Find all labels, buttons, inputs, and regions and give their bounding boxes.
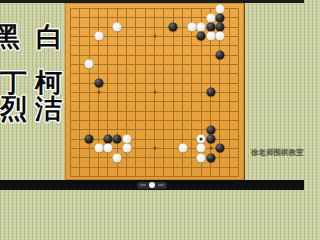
go-replay-app: { "game": "go", "board": { "size": 19, "…: [0, 0, 304, 190]
white-player-name-char-2: 洁: [35, 95, 62, 122]
slider-right-tick: [158, 184, 164, 186]
white-stone: [122, 135, 131, 144]
black-stone: [215, 23, 224, 32]
star-point: [209, 147, 212, 150]
white-stone: [215, 4, 224, 13]
white-stone: [215, 32, 224, 41]
black-stone: [103, 135, 112, 144]
white-stone: [113, 153, 122, 162]
black-stone: [206, 88, 215, 97]
black-stone: [94, 79, 103, 88]
white-stone: [206, 13, 215, 22]
last-move-marker: [200, 138, 203, 141]
white-stone: [103, 144, 112, 153]
black-stone: [113, 135, 122, 144]
white-stone: [85, 60, 94, 69]
star-point: [153, 35, 156, 38]
white-stone: [94, 144, 103, 153]
black-stone: [206, 153, 215, 162]
white-stone: [206, 32, 215, 41]
white-stone: [197, 23, 206, 32]
black-stone: [206, 125, 215, 134]
move-slider[interactable]: [137, 182, 167, 189]
black-stone: [215, 144, 224, 153]
black-player-name-char-1: 丁: [0, 69, 27, 96]
white-stone: [122, 144, 131, 153]
white-stone: [187, 23, 196, 32]
star-point: [97, 91, 100, 94]
star-point: [153, 147, 156, 150]
white-stone: [197, 144, 206, 153]
go-board[interactable]: [65, 3, 245, 181]
black-stone: [169, 23, 178, 32]
white-player-name-char-1: 柯: [35, 69, 62, 96]
black-stone: [197, 32, 206, 41]
white-stone: [178, 144, 187, 153]
black-player-name-char-2: 烈: [0, 95, 27, 122]
black-stone: [85, 135, 94, 144]
white-stone: [197, 153, 206, 162]
watermark-text: 徐老师围棋教室: [251, 149, 304, 157]
bottom-bar: [0, 180, 304, 190]
black-stone: [206, 135, 215, 144]
star-point: [153, 91, 156, 94]
black-stone: [206, 23, 215, 32]
white-label: 白: [36, 23, 63, 50]
slider-knob[interactable]: [149, 182, 155, 188]
black-stone: [215, 13, 224, 22]
slider-left-tick: [140, 184, 146, 186]
black-label: 黑: [0, 23, 20, 50]
white-stone: [113, 23, 122, 32]
black-stone: [215, 51, 224, 60]
white-stone: [94, 32, 103, 41]
white-stone: [197, 135, 206, 144]
